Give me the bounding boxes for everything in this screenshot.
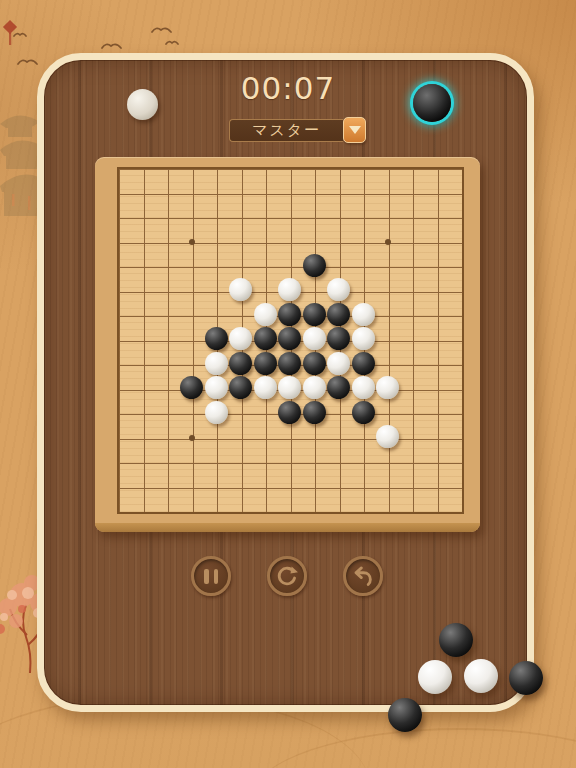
stone-black: [205, 327, 228, 350]
decorative-black-stone: [439, 623, 473, 657]
restart-icon: [274, 563, 300, 589]
dropdown-arrow-button[interactable]: [343, 117, 366, 143]
stone-white: [303, 327, 326, 350]
difficulty-label-box: マスター: [229, 119, 343, 142]
stone-black: [278, 401, 301, 424]
stone-black: [278, 327, 301, 350]
stone-white: [278, 278, 301, 301]
difficulty-dropdown[interactable]: マスター: [229, 117, 366, 143]
pause-button[interactable]: [191, 556, 231, 596]
decorative-black-stone: [388, 698, 422, 732]
stone-black: [303, 254, 326, 277]
app-background: 00:07 マスター: [0, 0, 576, 768]
decorative-black-stone: [509, 661, 543, 695]
stone-white: [376, 425, 399, 448]
stone-white: [229, 278, 252, 301]
board-grid[interactable]: [117, 167, 464, 514]
stone-black: [180, 376, 203, 399]
stone-black: [254, 327, 277, 350]
stone-black: [229, 352, 252, 375]
stone-white: [352, 376, 375, 399]
game-board[interactable]: [95, 157, 480, 532]
difficulty-label: マスター: [252, 121, 321, 140]
decorative-white-stone: [418, 660, 452, 694]
stone-white: [303, 376, 326, 399]
chevron-down-icon: [349, 126, 361, 134]
stone-white: [205, 401, 228, 424]
stone-white: [327, 278, 350, 301]
stone-black: [327, 303, 350, 326]
undo-icon: [350, 563, 376, 589]
pause-icon: [204, 569, 218, 584]
stone-black: [254, 352, 277, 375]
stone-black: [278, 352, 301, 375]
stone-white: [254, 303, 277, 326]
stone-black: [352, 352, 375, 375]
stone-black: [303, 401, 326, 424]
stone-white: [205, 352, 228, 375]
star-point: [189, 239, 195, 245]
stone-white: [254, 376, 277, 399]
stone-white: [229, 327, 252, 350]
stone-white: [376, 376, 399, 399]
stone-black: [303, 352, 326, 375]
restart-button[interactable]: [267, 556, 307, 596]
star-point: [385, 239, 391, 245]
stone-black: [303, 303, 326, 326]
red-ornament: [1, 18, 21, 52]
stone-black: [327, 327, 350, 350]
stone-black: [229, 376, 252, 399]
stone-black: [352, 401, 375, 424]
stone-black: [327, 376, 350, 399]
stone-white: [352, 327, 375, 350]
stone-black: [278, 303, 301, 326]
decorative-white-stone: [464, 659, 498, 693]
stone-white: [327, 352, 350, 375]
stone-white: [352, 303, 375, 326]
star-point: [189, 435, 195, 441]
board-front-edge: [95, 523, 480, 532]
stone-white: [205, 376, 228, 399]
game-timer: 00:07: [0, 70, 576, 106]
undo-button[interactable]: [343, 556, 383, 596]
stone-white: [278, 376, 301, 399]
